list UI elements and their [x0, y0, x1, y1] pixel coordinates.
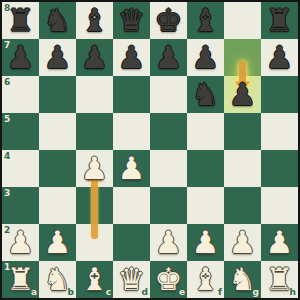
- empty-g8: [224, 2, 261, 39]
- empty-b4: [39, 150, 76, 187]
- empty-g4: [224, 150, 261, 187]
- piece-white-pawn-e2[interactable]: ♟: [155, 224, 183, 261]
- piece-white-queen-d1[interactable]: ♛: [118, 261, 146, 298]
- piece-black-knight-b8[interactable]: ♞: [44, 2, 72, 39]
- piece-white-knight-g1[interactable]: ♞: [229, 261, 257, 298]
- piece-white-bishop-f1[interactable]: ♝: [192, 261, 220, 298]
- empty-c3: [76, 187, 113, 224]
- piece-black-pawn-g6[interactable]: ♟: [229, 76, 257, 113]
- empty-c2: [76, 224, 113, 261]
- empty-d5: [113, 113, 150, 150]
- piece-black-pawn-b7[interactable]: ♟: [44, 39, 72, 76]
- piece-white-rook-a1[interactable]: ♜: [7, 261, 35, 298]
- empty-a6: [2, 76, 39, 113]
- piece-white-pawn-b2[interactable]: ♟: [44, 224, 72, 261]
- empty-a3: [2, 187, 39, 224]
- piece-black-king-e8[interactable]: ♚: [155, 2, 183, 39]
- piece-black-pawn-d7[interactable]: ♟: [118, 39, 146, 76]
- empty-h4: [261, 150, 298, 187]
- piece-white-pawn-h2[interactable]: ♟: [266, 224, 294, 261]
- piece-white-pawn-f2[interactable]: ♟: [192, 224, 220, 261]
- empty-a4: [2, 150, 39, 187]
- empty-h6: [261, 76, 298, 113]
- board-pieces: ♜♞♝♛♚♝♜♟♟♟♟♟♟♟♞♟♟♟♟♟♟♟♟♟♜♞♝♛♚♝♞♜: [2, 2, 298, 298]
- empty-g7: [224, 39, 261, 76]
- empty-e3: [150, 187, 187, 224]
- empty-f3: [187, 187, 224, 224]
- piece-black-rook-a8[interactable]: ♜: [7, 2, 35, 39]
- piece-white-king-e1[interactable]: ♚: [155, 261, 183, 298]
- piece-black-pawn-c7[interactable]: ♟: [81, 39, 109, 76]
- piece-black-pawn-e7[interactable]: ♟: [155, 39, 183, 76]
- empty-d3: [113, 187, 150, 224]
- empty-g5: [224, 113, 261, 150]
- chess-board: 87654321abcdefgh ♜♞♝♛♚♝♜♟♟♟♟♟♟♟♞♟♟♟♟♟♟♟♟…: [0, 0, 300, 300]
- piece-white-pawn-g2[interactable]: ♟: [229, 224, 257, 261]
- empty-a5: [2, 113, 39, 150]
- empty-g3: [224, 187, 261, 224]
- piece-black-bishop-f8[interactable]: ♝: [192, 2, 220, 39]
- piece-black-rook-h8[interactable]: ♜: [266, 2, 294, 39]
- empty-b5: [39, 113, 76, 150]
- empty-c6: [76, 76, 113, 113]
- empty-b3: [39, 187, 76, 224]
- piece-black-pawn-f7[interactable]: ♟: [192, 39, 220, 76]
- piece-white-pawn-c4[interactable]: ♟: [81, 150, 109, 187]
- empty-f4: [187, 150, 224, 187]
- piece-white-pawn-d4[interactable]: ♟: [118, 150, 146, 187]
- empty-f5: [187, 113, 224, 150]
- empty-e4: [150, 150, 187, 187]
- piece-black-pawn-h7[interactable]: ♟: [266, 39, 294, 76]
- empty-h5: [261, 113, 298, 150]
- piece-white-bishop-c1[interactable]: ♝: [81, 261, 109, 298]
- piece-black-pawn-a7[interactable]: ♟: [7, 39, 35, 76]
- piece-white-rook-h1[interactable]: ♜: [266, 261, 294, 298]
- empty-b6: [39, 76, 76, 113]
- empty-e5: [150, 113, 187, 150]
- piece-black-bishop-c8[interactable]: ♝: [81, 2, 109, 39]
- empty-h3: [261, 187, 298, 224]
- empty-d2: [113, 224, 150, 261]
- piece-black-knight-f6[interactable]: ♞: [192, 76, 220, 113]
- piece-white-knight-b1[interactable]: ♞: [44, 261, 72, 298]
- piece-white-pawn-a2[interactable]: ♟: [7, 224, 35, 261]
- piece-black-queen-d8[interactable]: ♛: [118, 2, 146, 39]
- empty-e6: [150, 76, 187, 113]
- empty-c5: [76, 113, 113, 150]
- empty-d6: [113, 76, 150, 113]
